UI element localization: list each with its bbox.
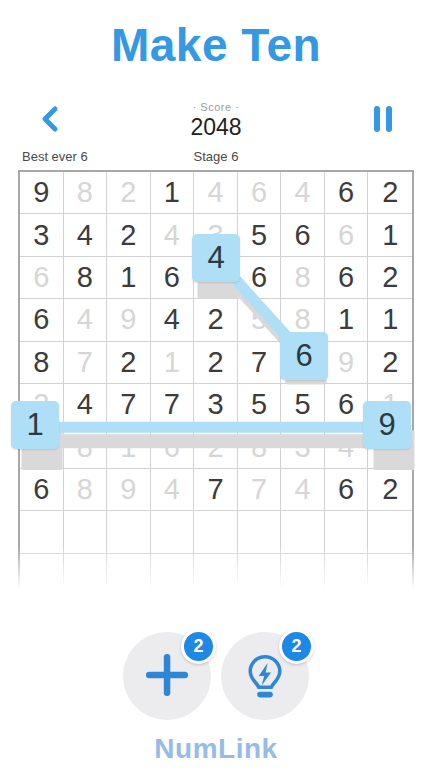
grid-cell[interactable]: 4 <box>64 299 108 341</box>
grid-cell[interactable]: 2 <box>194 299 238 341</box>
powerup-row: 2 2 <box>0 632 432 720</box>
sub-stats: Best ever 6 Stage 6 <box>0 149 432 167</box>
pause-icon <box>370 121 396 136</box>
grid-cell[interactable]: 2 <box>194 342 238 384</box>
add-tiles-count-badge: 2 <box>181 629 216 664</box>
back-button[interactable] <box>34 102 68 136</box>
add-tiles-button[interactable]: 2 <box>123 632 211 720</box>
pause-button[interactable] <box>366 103 400 135</box>
grid-cell[interactable]: 6 <box>325 257 369 299</box>
grid-cell <box>325 554 369 596</box>
grid-cell[interactable]: 6 <box>238 257 282 299</box>
grid-cell[interactable]: 5 <box>238 384 282 426</box>
grid-cell[interactable]: 2 <box>107 342 151 384</box>
grid-cell[interactable]: 2 <box>368 469 412 511</box>
grid-cell[interactable]: 9 <box>107 299 151 341</box>
grid-cell[interactable]: 6 <box>151 426 195 468</box>
grid-cell[interactable]: 3 <box>281 426 325 468</box>
selected-tile-4[interactable]: 4 <box>192 234 240 282</box>
brand-logo: NumLink <box>0 733 432 765</box>
grid-cell[interactable]: 8 <box>238 426 282 468</box>
grid-cell <box>281 511 325 553</box>
grid-cell[interactable]: 4 <box>64 214 108 256</box>
grid-cell <box>194 511 238 553</box>
game-screen: Make Ten · Score · 2048 Best ever 6 Stag… <box>0 14 432 768</box>
grid-cell[interactable]: 8 <box>64 172 108 214</box>
grid-cell[interactable]: 8 <box>20 342 64 384</box>
grid-cell[interactable]: 9 <box>107 469 151 511</box>
grid-cell[interactable]: 2 <box>368 257 412 299</box>
grid-cell[interactable]: 8 <box>64 469 108 511</box>
grid-cell[interactable]: 6 <box>238 172 282 214</box>
grid-cell <box>151 511 195 553</box>
grid-cell[interactable]: 2 <box>107 172 151 214</box>
grid-cell[interactable]: 2 <box>368 172 412 214</box>
top-bar: · Score · 2048 <box>0 98 432 142</box>
grid-cell <box>107 554 151 596</box>
grid-cell <box>64 554 108 596</box>
grid-cell <box>325 511 369 553</box>
grid-cell[interactable]: 1 <box>107 426 151 468</box>
grid-cell[interactable]: 1 <box>107 257 151 299</box>
grid-cell[interactable]: 4 <box>281 469 325 511</box>
grid-cell <box>238 554 282 596</box>
grid-cell[interactable]: 4 <box>151 299 195 341</box>
grid-cell <box>238 511 282 553</box>
chevron-left-icon <box>36 122 66 137</box>
grid-cell[interactable]: 6 <box>20 257 64 299</box>
grid-cell[interactable]: 4 <box>151 214 195 256</box>
grid-cell[interactable]: 3 <box>194 384 238 426</box>
grid-cell[interactable]: 1 <box>368 299 412 341</box>
grid-cell[interactable]: 6 <box>151 257 195 299</box>
hint-count-badge: 2 <box>279 629 314 664</box>
grid-cell[interactable]: 4 <box>194 172 238 214</box>
grid-cell <box>107 511 151 553</box>
grid-cell <box>64 511 108 553</box>
grid-cell[interactable]: 5 <box>238 214 282 256</box>
grid-cell[interactable]: 1 <box>151 172 195 214</box>
grid-cell[interactable]: 6 <box>325 214 369 256</box>
grid-cell[interactable]: 7 <box>194 469 238 511</box>
stage-label: Stage 6 <box>0 149 432 164</box>
grid-cell <box>20 554 64 596</box>
grid-cell <box>368 554 412 596</box>
grid-cell[interactable]: 4 <box>325 426 369 468</box>
grid-cell <box>368 511 412 553</box>
grid-cell[interactable]: 1 <box>325 299 369 341</box>
grid-cell[interactable]: 4 <box>64 384 108 426</box>
grid-cell[interactable]: 9 <box>325 342 369 384</box>
plus-icon <box>143 651 191 702</box>
grid-cell[interactable]: 5 <box>238 299 282 341</box>
grid-cell[interactable]: 3 <box>20 214 64 256</box>
grid-cell[interactable]: 5 <box>281 384 325 426</box>
grid-cell[interactable]: 8 <box>64 426 108 468</box>
grid-cell <box>20 511 64 553</box>
page-title: Make Ten <box>0 14 432 76</box>
grid-cell[interactable]: 6 <box>325 384 369 426</box>
grid-cell[interactable]: 6 <box>20 299 64 341</box>
grid-cell[interactable]: 7 <box>64 342 108 384</box>
grid-cell[interactable]: 4 <box>151 469 195 511</box>
grid-cell[interactable]: 1 <box>151 342 195 384</box>
grid-cell <box>151 554 195 596</box>
grid-cell[interactable]: 6 <box>325 172 369 214</box>
score-value: 2048 <box>190 116 241 139</box>
grid-cell[interactable]: 8 <box>281 257 325 299</box>
grid-cell[interactable]: 6 <box>20 469 64 511</box>
score-label: · Score · <box>190 102 241 113</box>
grid-cell[interactable]: 1 <box>368 214 412 256</box>
grid-cell <box>281 554 325 596</box>
grid-cell[interactable]: 9 <box>20 172 64 214</box>
hint-button[interactable]: 2 <box>221 632 309 720</box>
puzzle-board: 9821464623424356616816686264942581187212… <box>18 170 414 598</box>
selected-tile-1[interactable]: 1 <box>11 401 59 449</box>
grid-cell[interactable]: 7 <box>238 469 282 511</box>
selected-tile-6[interactable]: 6 <box>280 332 328 380</box>
grid-cell[interactable]: 4 <box>281 172 325 214</box>
grid-cell[interactable]: 2 <box>107 214 151 256</box>
grid-cell[interactable]: 8 <box>64 257 108 299</box>
grid-cell[interactable]: 7 <box>151 384 195 426</box>
selected-tile-9[interactable]: 9 <box>363 401 411 449</box>
grid-cell[interactable]: 2 <box>368 342 412 384</box>
score-block: · Score · 2048 <box>190 102 241 139</box>
grid-cell <box>194 554 238 596</box>
grid-cell[interactable]: 6 <box>281 214 325 256</box>
grid-cell[interactable]: 2 <box>194 426 238 468</box>
grid-cell[interactable]: 7 <box>238 342 282 384</box>
grid-cell[interactable]: 6 <box>325 469 369 511</box>
grid-cell[interactable]: 7 <box>107 384 151 426</box>
